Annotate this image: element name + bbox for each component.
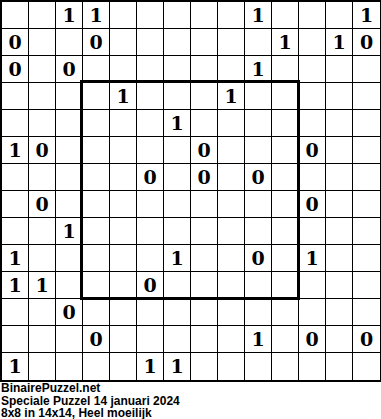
cell-r1c8-empty[interactable] [218, 29, 245, 56]
cell-r10c6-empty[interactable] [164, 272, 191, 299]
cell-r12c11-given-0[interactable]: 0 [299, 326, 326, 353]
cell-r9c9-given-0[interactable]: 0 [245, 245, 272, 272]
cell-r10c7-empty[interactable] [191, 272, 218, 299]
cell-r7c4-empty[interactable] [110, 191, 137, 218]
cell-r5c9-empty[interactable] [245, 137, 272, 164]
cell-r1c0-given-0[interactable]: 0 [2, 29, 29, 56]
cell-r8c8-empty[interactable] [218, 218, 245, 245]
cell-r13c6-given-1[interactable]: 1 [164, 353, 191, 380]
cell-r6c12-empty[interactable] [326, 164, 353, 191]
cell-r6c13-empty[interactable] [353, 164, 380, 191]
cell-r12c3-given-0[interactable]: 0 [83, 326, 110, 353]
cell-r1c1-empty[interactable] [29, 29, 56, 56]
cell-r9c0-given-1[interactable]: 1 [2, 245, 29, 272]
cell-r13c11-empty[interactable] [299, 353, 326, 380]
cell-r12c1-empty[interactable] [29, 326, 56, 353]
cell-r6c9-given-0[interactable]: 0 [245, 164, 272, 191]
cell-r0c4-empty[interactable] [110, 2, 137, 29]
cell-r11c0-empty[interactable] [2, 299, 29, 326]
cell-r8c13-empty[interactable] [353, 218, 380, 245]
cell-r5c8-empty[interactable] [218, 137, 245, 164]
cell-r0c8-empty[interactable] [218, 2, 245, 29]
cell-r4c10-empty[interactable] [272, 110, 299, 137]
cell-r5c11-given-0[interactable]: 0 [299, 137, 326, 164]
cell-r5c3-empty[interactable] [83, 137, 110, 164]
cell-r11c3-empty[interactable] [83, 299, 110, 326]
cell-r2c0-given-0[interactable]: 0 [2, 56, 29, 83]
cell-r1c12-given-1[interactable]: 1 [326, 29, 353, 56]
cell-r7c6-empty[interactable] [164, 191, 191, 218]
cell-r12c13-given-0[interactable]: 0 [353, 326, 380, 353]
cell-r2c5-empty[interactable] [137, 56, 164, 83]
cell-r1c10-given-1[interactable]: 1 [272, 29, 299, 56]
cell-r4c0-empty[interactable] [2, 110, 29, 137]
cell-r9c5-empty[interactable] [137, 245, 164, 272]
cell-r4c13-empty[interactable] [353, 110, 380, 137]
cell-r1c5-empty[interactable] [137, 29, 164, 56]
cell-r6c10-empty[interactable] [272, 164, 299, 191]
cell-r9c4-empty[interactable] [110, 245, 137, 272]
cell-r3c3-empty[interactable] [83, 83, 110, 110]
cell-r12c9-given-1[interactable]: 1 [245, 326, 272, 353]
cell-r6c7-given-0[interactable]: 0 [191, 164, 218, 191]
cell-r13c2-empty[interactable] [56, 353, 83, 380]
cell-r5c10-empty[interactable] [272, 137, 299, 164]
cell-r10c0-given-1[interactable]: 1 [2, 272, 29, 299]
cell-r13c1-empty[interactable] [29, 353, 56, 380]
cell-r5c0-given-1[interactable]: 1 [2, 137, 29, 164]
cell-r13c0-given-1[interactable]: 1 [2, 353, 29, 380]
cell-r5c1-given-0[interactable]: 0 [29, 137, 56, 164]
cell-r10c3-empty[interactable] [83, 272, 110, 299]
cell-r11c12-empty[interactable] [326, 299, 353, 326]
cell-r7c2-empty[interactable] [56, 191, 83, 218]
site-name: BinairePuzzel.net [1, 382, 381, 395]
cell-r1c7-empty[interactable] [191, 29, 218, 56]
cell-r6c6-empty[interactable] [164, 164, 191, 191]
cell-r4c6-given-1[interactable]: 1 [164, 110, 191, 137]
cell-r6c11-empty[interactable] [299, 164, 326, 191]
binary-puzzle-board: 1111001100011111000000001110111000100111 [0, 0, 381, 382]
cell-r9c10-empty[interactable] [272, 245, 299, 272]
puzzle-subtitle: 8x8 in 14x14, Heel moeilijk [1, 407, 381, 419]
cell-r3c6-empty[interactable] [164, 83, 191, 110]
cell-r12c5-empty[interactable] [137, 326, 164, 353]
cell-r3c5-empty[interactable] [137, 83, 164, 110]
cell-r2c8-empty[interactable] [218, 56, 245, 83]
cell-r4c3-empty[interactable] [83, 110, 110, 137]
cell-r12c0-empty[interactable] [2, 326, 29, 353]
cell-r4c8-empty[interactable] [218, 110, 245, 137]
cell-r5c6-empty[interactable] [164, 137, 191, 164]
cell-r0c5-empty[interactable] [137, 2, 164, 29]
cell-r9c3-empty[interactable] [83, 245, 110, 272]
cell-r2c1-empty[interactable] [29, 56, 56, 83]
cell-r1c6-empty[interactable] [164, 29, 191, 56]
cell-r1c11-empty[interactable] [299, 29, 326, 56]
cell-r8c4-empty[interactable] [110, 218, 137, 245]
cell-r13c10-empty[interactable] [272, 353, 299, 380]
cell-r4c5-empty[interactable] [137, 110, 164, 137]
cell-r12c4-empty[interactable] [110, 326, 137, 353]
cell-r13c13-empty[interactable] [353, 353, 380, 380]
cell-r3c10-empty[interactable] [272, 83, 299, 110]
cell-r2c6-empty[interactable] [164, 56, 191, 83]
cell-r9c13-empty[interactable] [353, 245, 380, 272]
cell-r2c13-empty[interactable] [353, 56, 380, 83]
cell-r6c2-empty[interactable] [56, 164, 83, 191]
cell-r8c9-empty[interactable] [245, 218, 272, 245]
cell-r10c2-empty[interactable] [56, 272, 83, 299]
cell-r13c5-given-1[interactable]: 1 [137, 353, 164, 380]
cell-r13c7-empty[interactable] [191, 353, 218, 380]
cell-r10c5-given-0[interactable]: 0 [137, 272, 164, 299]
cell-r6c1-empty[interactable] [29, 164, 56, 191]
cell-r7c10-empty[interactable] [272, 191, 299, 218]
cell-r0c0-empty[interactable] [2, 2, 29, 29]
cell-r9c2-empty[interactable] [56, 245, 83, 272]
cell-r13c8-empty[interactable] [218, 353, 245, 380]
cell-r10c13-empty[interactable] [353, 272, 380, 299]
cell-r13c4-empty[interactable] [110, 353, 137, 380]
cell-r12c8-empty[interactable] [218, 326, 245, 353]
cell-r5c7-given-0[interactable]: 0 [191, 137, 218, 164]
cell-r1c13-given-0[interactable]: 0 [353, 29, 380, 56]
cell-r11c13-empty[interactable] [353, 299, 380, 326]
cell-r13c3-empty[interactable] [83, 353, 110, 380]
cell-r7c5-empty[interactable] [137, 191, 164, 218]
cell-r8c3-empty[interactable] [83, 218, 110, 245]
cell-r11c9-empty[interactable] [245, 299, 272, 326]
cell-r7c7-empty[interactable] [191, 191, 218, 218]
cell-r7c8-empty[interactable] [218, 191, 245, 218]
cell-r0c3-given-1[interactable]: 1 [83, 2, 110, 29]
cell-r8c7-empty[interactable] [191, 218, 218, 245]
cell-r5c2-empty[interactable] [56, 137, 83, 164]
cell-r4c11-empty[interactable] [299, 110, 326, 137]
cell-r5c5-empty[interactable] [137, 137, 164, 164]
cell-r11c6-empty[interactable] [164, 299, 191, 326]
board-area: 1111001100011111000000001110111000100111 [0, 0, 381, 382]
cell-r12c6-empty[interactable] [164, 326, 191, 353]
cell-r3c4-given-1[interactable]: 1 [110, 83, 137, 110]
cell-r3c2-empty[interactable] [56, 83, 83, 110]
cell-r0c12-empty[interactable] [326, 2, 353, 29]
cell-r9c6-given-1[interactable]: 1 [164, 245, 191, 272]
cell-r4c4-empty[interactable] [110, 110, 137, 137]
cell-r7c11-given-0[interactable]: 0 [299, 191, 326, 218]
cell-r2c11-empty[interactable] [299, 56, 326, 83]
cell-r3c7-empty[interactable] [191, 83, 218, 110]
cell-r6c5-given-0[interactable]: 0 [137, 164, 164, 191]
cell-r7c0-empty[interactable] [2, 191, 29, 218]
cell-r11c11-empty[interactable] [299, 299, 326, 326]
cell-r8c11-empty[interactable] [299, 218, 326, 245]
cell-r12c2-empty[interactable] [56, 326, 83, 353]
cell-r2c9-given-1[interactable]: 1 [245, 56, 272, 83]
puzzle-page: 1111001100011111000000001110111000100111… [0, 0, 381, 419]
cell-r8c5-empty[interactable] [137, 218, 164, 245]
cell-r9c11-given-1[interactable]: 1 [299, 245, 326, 272]
cell-r10c9-empty[interactable] [245, 272, 272, 299]
cell-r4c12-empty[interactable] [326, 110, 353, 137]
cell-r6c3-empty[interactable] [83, 164, 110, 191]
cell-r10c12-empty[interactable] [326, 272, 353, 299]
cell-r4c9-empty[interactable] [245, 110, 272, 137]
cell-r1c4-empty[interactable] [110, 29, 137, 56]
cell-r10c10-empty[interactable] [272, 272, 299, 299]
cell-r1c3-given-0[interactable]: 0 [83, 29, 110, 56]
cell-r3c8-given-1[interactable]: 1 [218, 83, 245, 110]
cell-r5c13-empty[interactable] [353, 137, 380, 164]
cell-r11c7-empty[interactable] [191, 299, 218, 326]
cell-r2c2-given-0[interactable]: 0 [56, 56, 83, 83]
cell-r3c11-empty[interactable] [299, 83, 326, 110]
cell-r3c12-empty[interactable] [326, 83, 353, 110]
cell-r2c4-empty[interactable] [110, 56, 137, 83]
cell-r8c10-empty[interactable] [272, 218, 299, 245]
cell-r4c2-empty[interactable] [56, 110, 83, 137]
cell-r8c6-empty[interactable] [164, 218, 191, 245]
cell-r6c4-empty[interactable] [110, 164, 137, 191]
cell-r3c13-empty[interactable] [353, 83, 380, 110]
cell-r9c1-empty[interactable] [29, 245, 56, 272]
cell-r0c2-given-1[interactable]: 1 [56, 2, 83, 29]
cell-r7c3-empty[interactable] [83, 191, 110, 218]
cell-r11c10-empty[interactable] [272, 299, 299, 326]
footer: BinairePuzzel.net Speciale Puzzel 14 jan… [1, 382, 381, 419]
cell-r2c10-empty[interactable] [272, 56, 299, 83]
cell-r3c1-empty[interactable] [29, 83, 56, 110]
cell-r1c2-empty[interactable] [56, 29, 83, 56]
cell-r3c0-empty[interactable] [2, 83, 29, 110]
cell-r1c9-empty[interactable] [245, 29, 272, 56]
cell-r4c7-empty[interactable] [191, 110, 218, 137]
cell-r10c1-given-1[interactable]: 1 [29, 272, 56, 299]
cell-r7c1-given-0[interactable]: 0 [29, 191, 56, 218]
cell-r7c9-empty[interactable] [245, 191, 272, 218]
cell-r7c13-empty[interactable] [353, 191, 380, 218]
cell-r0c10-empty[interactable] [272, 2, 299, 29]
cell-r5c4-empty[interactable] [110, 137, 137, 164]
cell-r4c1-empty[interactable] [29, 110, 56, 137]
cell-r5c12-empty[interactable] [326, 137, 353, 164]
cell-r9c7-empty[interactable] [191, 245, 218, 272]
cell-r11c2-given-0[interactable]: 0 [56, 299, 83, 326]
cell-r0c9-given-1[interactable]: 1 [245, 2, 272, 29]
cell-r10c4-empty[interactable] [110, 272, 137, 299]
cell-r8c0-empty[interactable] [2, 218, 29, 245]
cell-r11c4-empty[interactable] [110, 299, 137, 326]
cell-r13c9-empty[interactable] [245, 353, 272, 380]
cell-r6c8-empty[interactable] [218, 164, 245, 191]
cell-r11c5-empty[interactable] [137, 299, 164, 326]
cell-r0c1-empty[interactable] [29, 2, 56, 29]
cell-r2c7-empty[interactable] [191, 56, 218, 83]
cell-r9c12-empty[interactable] [326, 245, 353, 272]
cell-r3c9-empty[interactable] [245, 83, 272, 110]
cell-r10c8-empty[interactable] [218, 272, 245, 299]
cell-r2c12-empty[interactable] [326, 56, 353, 83]
cell-r7c12-empty[interactable] [326, 191, 353, 218]
cell-r0c7-empty[interactable] [191, 2, 218, 29]
cell-r8c12-empty[interactable] [326, 218, 353, 245]
cell-r2c3-empty[interactable] [83, 56, 110, 83]
cell-r11c1-empty[interactable] [29, 299, 56, 326]
cell-r11c8-empty[interactable] [218, 299, 245, 326]
cell-r8c1-empty[interactable] [29, 218, 56, 245]
cell-r0c13-given-1[interactable]: 1 [353, 2, 380, 29]
cell-r10c11-empty[interactable] [299, 272, 326, 299]
cell-r12c12-empty[interactable] [326, 326, 353, 353]
cell-r9c8-empty[interactable] [218, 245, 245, 272]
cell-r12c10-empty[interactable] [272, 326, 299, 353]
cell-r13c12-empty[interactable] [326, 353, 353, 380]
cell-r0c6-empty[interactable] [164, 2, 191, 29]
cell-r6c0-empty[interactable] [2, 164, 29, 191]
cell-r0c11-empty[interactable] [299, 2, 326, 29]
cell-r12c7-empty[interactable] [191, 326, 218, 353]
cell-r8c2-given-1[interactable]: 1 [56, 218, 83, 245]
